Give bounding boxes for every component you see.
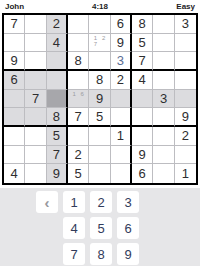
- cell-r5c1[interactable]: [4, 90, 25, 109]
- given-digit: 2: [117, 73, 124, 86]
- key-4[interactable]: 4: [63, 217, 85, 239]
- given-digit: 4: [11, 167, 18, 180]
- timer: 4:18: [68, 2, 131, 11]
- given-digit: 7: [75, 110, 82, 123]
- difficulty-label: Easy: [132, 2, 195, 11]
- given-digit: 7: [53, 148, 60, 161]
- given-digit: 2: [182, 129, 189, 142]
- given-digit: 5: [53, 129, 60, 142]
- undo-back-button[interactable]: ‹: [36, 191, 58, 213]
- given-digit: 9: [96, 92, 103, 105]
- given-digit: 3: [182, 17, 189, 30]
- cell-r8c3[interactable]: 7: [47, 146, 68, 165]
- cell-r1c1[interactable]: 7: [4, 15, 25, 34]
- cell-r1c6[interactable]: 6: [111, 15, 132, 34]
- cell-r8c9[interactable]: [175, 146, 196, 165]
- cell-r2c4[interactable]: [68, 34, 89, 53]
- cell-r2c8[interactable]: [153, 34, 174, 53]
- cell-r6c3[interactable]: 8: [47, 108, 68, 127]
- cell-r2c7[interactable]: 5: [132, 34, 153, 53]
- cell-r4c9[interactable]: [175, 71, 196, 90]
- cell-r5c4[interactable]: 16: [68, 90, 89, 109]
- cell-r1c9[interactable]: 3: [175, 15, 196, 34]
- given-digit: 9: [139, 148, 146, 161]
- cell-r6c2[interactable]: [25, 108, 46, 127]
- cell-r9c7[interactable]: 6: [132, 164, 153, 183]
- given-digit: 6: [117, 17, 124, 30]
- given-digit: 8: [139, 17, 146, 30]
- cell-r3c6[interactable]: 3: [111, 52, 132, 71]
- cell-r9c1[interactable]: 4: [4, 164, 25, 183]
- key-8[interactable]: 8: [90, 243, 112, 265]
- given-digit: 7: [11, 17, 18, 30]
- cell-r2c1[interactable]: [4, 34, 25, 53]
- cell-r9c9[interactable]: 1: [175, 164, 196, 183]
- cell-r3c5[interactable]: [89, 52, 110, 71]
- cell-r3c1[interactable]: 9: [4, 52, 25, 71]
- cell-r4c6[interactable]: 2: [111, 71, 132, 90]
- pencil-notes: 16: [70, 91, 86, 97]
- given-digit: 5: [139, 36, 146, 49]
- keypad-panel: ‹ 1 2 3 4 5 6 7 8 9: [0, 188, 200, 266]
- cell-r4c4[interactable]: [68, 71, 89, 90]
- cell-r9c2[interactable]: [25, 164, 46, 183]
- given-digit: 7: [139, 54, 146, 67]
- given-digit: 9: [182, 110, 189, 123]
- cell-r2c9[interactable]: [175, 34, 196, 53]
- key-3[interactable]: 3: [117, 191, 139, 213]
- keypad: ‹ 1 2 3 4 5 6 7 8 9: [0, 188, 200, 265]
- given-digit: 6: [11, 73, 18, 86]
- cell-r5c5[interactable]: 9: [89, 90, 110, 109]
- given-digit: 8: [75, 54, 82, 67]
- given-digit: 9: [53, 167, 60, 180]
- given-digit: 2: [75, 148, 82, 161]
- cell-r7c3[interactable]: 5: [47, 127, 68, 146]
- cell-r9c5[interactable]: [89, 164, 110, 183]
- given-digit: 4: [139, 73, 146, 86]
- key-2[interactable]: 2: [90, 191, 112, 213]
- cell-r5c8[interactable]: 3: [153, 90, 174, 109]
- cell-r7c6[interactable]: 1: [111, 127, 132, 146]
- cell-r5c3[interactable]: [47, 90, 68, 109]
- cell-r2c2[interactable]: [25, 34, 46, 53]
- player-name: John: [5, 2, 68, 11]
- cell-r6c6[interactable]: [111, 108, 132, 127]
- given-digit: 9: [11, 54, 18, 67]
- cell-r3c3[interactable]: [47, 52, 68, 71]
- pencil-notes: 127: [91, 35, 107, 47]
- key-6[interactable]: 6: [117, 217, 139, 239]
- cell-r4c1[interactable]: 6: [4, 71, 25, 90]
- keypad-spacer: [36, 217, 58, 239]
- cell-r1c7[interactable]: 8: [132, 15, 153, 34]
- cell-r2c5[interactable]: 127: [89, 34, 110, 53]
- cell-r7c9[interactable]: 2: [175, 127, 196, 146]
- cell-r5c7[interactable]: [132, 90, 153, 109]
- cell-r9c4[interactable]: 5: [68, 164, 89, 183]
- cell-r5c9[interactable]: [175, 90, 196, 109]
- key-9[interactable]: 9: [117, 243, 139, 265]
- key-7[interactable]: 7: [63, 243, 85, 265]
- cell-r7c7[interactable]: [132, 127, 153, 146]
- cell-r6c1[interactable]: [4, 108, 25, 127]
- keypad-spacer: [36, 243, 58, 265]
- cell-r4c2[interactable]: [25, 71, 46, 90]
- sudoku-app: John 4:18 Easy 7268341279598376824716938…: [0, 0, 200, 266]
- cell-r1c8[interactable]: [153, 15, 174, 34]
- given-digit: 3: [160, 92, 167, 105]
- cell-r2c3[interactable]: 4: [47, 34, 68, 53]
- given-digit: 8: [96, 73, 103, 86]
- cell-r1c2[interactable]: [25, 15, 46, 34]
- cell-r4c3[interactable]: [47, 71, 68, 90]
- cell-r8c8[interactable]: [153, 146, 174, 165]
- cell-r3c8[interactable]: [153, 52, 174, 71]
- given-digit: 1: [117, 129, 124, 142]
- key-1[interactable]: 1: [63, 191, 85, 213]
- given-digit: 8: [53, 110, 60, 123]
- cell-r9c6[interactable]: [111, 164, 132, 183]
- cell-r6c7[interactable]: [132, 108, 153, 127]
- cell-r8c7[interactable]: 9: [132, 146, 153, 165]
- cell-r8c4[interactable]: 2: [68, 146, 89, 165]
- cell-r4c7[interactable]: 4: [132, 71, 153, 90]
- given-digit: 1: [182, 167, 189, 180]
- cell-r7c2[interactable]: [25, 127, 46, 146]
- cell-r8c5[interactable]: [89, 146, 110, 165]
- cell-r8c2[interactable]: [25, 146, 46, 165]
- cell-r3c2[interactable]: [25, 52, 46, 71]
- cell-r3c4[interactable]: 8: [68, 52, 89, 71]
- pencil-note-7: 7: [91, 41, 99, 47]
- cell-r3c7[interactable]: 7: [132, 52, 153, 71]
- pencil-note-6: 6: [78, 91, 86, 97]
- cell-r5c6[interactable]: [111, 90, 132, 109]
- cell-r3c9[interactable]: [175, 52, 196, 71]
- status-bar: John 4:18 Easy: [0, 0, 200, 13]
- cell-r6c5[interactable]: 5: [89, 108, 110, 127]
- cell-r5c2[interactable]: 7: [25, 90, 46, 109]
- cell-r4c5[interactable]: 8: [89, 71, 110, 90]
- cell-r6c4[interactable]: 7: [68, 108, 89, 127]
- cell-r7c1[interactable]: [4, 127, 25, 146]
- cell-r9c3[interactable]: 9: [47, 164, 68, 183]
- cell-r1c5[interactable]: [89, 15, 110, 34]
- cell-r6c9[interactable]: 9: [175, 108, 196, 127]
- cell-r6c8[interactable]: [153, 108, 174, 127]
- given-digit: 5: [96, 110, 103, 123]
- cell-r8c6[interactable]: [111, 146, 132, 165]
- cell-r4c8[interactable]: [153, 71, 174, 90]
- cell-r7c8[interactable]: [153, 127, 174, 146]
- given-digit: 9: [117, 36, 124, 49]
- given-digit: 7: [32, 92, 39, 105]
- given-digit: 6: [139, 167, 146, 180]
- key-5[interactable]: 5: [90, 217, 112, 239]
- given-digit: 2: [53, 17, 60, 30]
- cell-r8c1[interactable]: [4, 146, 25, 165]
- sudoku-board: 726834127959837682471693875951272949561: [2, 13, 198, 185]
- cell-r1c4[interactable]: [68, 15, 89, 34]
- given-digit: 4: [53, 36, 60, 49]
- cell-r7c4[interactable]: [68, 127, 89, 146]
- pencil-note-1: 1: [70, 91, 78, 97]
- pencil-note-2: 2: [99, 35, 107, 41]
- cell-r1c3[interactable]: 2: [47, 15, 68, 34]
- cell-r7c5[interactable]: [89, 127, 110, 146]
- user-digit: 3: [117, 54, 124, 67]
- cell-r9c8[interactable]: [153, 164, 174, 183]
- given-digit: 5: [75, 167, 82, 180]
- cell-r2c6[interactable]: 9: [111, 34, 132, 53]
